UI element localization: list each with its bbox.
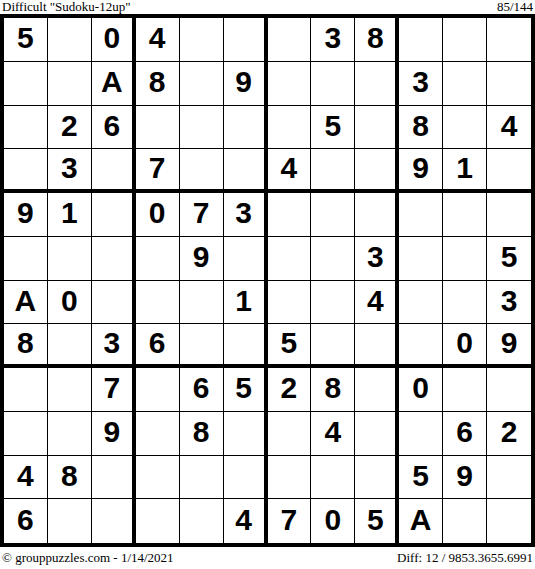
cell-r11c8[interactable] (311, 456, 355, 500)
cell-r4c3[interactable] (92, 149, 136, 193)
cell-r10c1[interactable] (4, 412, 48, 456)
given-value: 0 (412, 373, 429, 403)
cell-r6c1[interactable] (4, 237, 48, 281)
cell-r10c11: 6 (443, 412, 487, 456)
cell-r4c9[interactable] (355, 149, 399, 193)
cell-r11c1: 4 (4, 456, 48, 500)
cell-r3c4[interactable] (136, 106, 180, 150)
cell-r12c12[interactable] (487, 499, 531, 543)
given-value: 3 (325, 23, 342, 53)
cell-r1c11[interactable] (443, 18, 487, 62)
cell-r9c6: 5 (224, 368, 268, 412)
cell-r12c10: A (399, 499, 443, 543)
cell-r10c6[interactable] (224, 412, 268, 456)
given-value: 4 (235, 505, 252, 535)
cell-r4c1[interactable] (4, 149, 48, 193)
given-value: 9 (103, 417, 120, 447)
cell-r8c12: 9 (487, 324, 531, 368)
cell-r2c9[interactable] (355, 62, 399, 106)
cell-r1c2[interactable] (48, 18, 92, 62)
cell-r9c10: 0 (399, 368, 443, 412)
given-value: 1 (456, 153, 473, 183)
given-value: 5 (325, 111, 342, 141)
given-value: 2 (281, 373, 298, 403)
cell-r12c5[interactable] (180, 499, 224, 543)
cell-r4c8[interactable] (311, 149, 355, 193)
cell-r2c2[interactable] (48, 62, 92, 106)
given-value: 7 (193, 198, 210, 228)
given-value: 2 (61, 111, 78, 141)
cell-r7c7[interactable] (268, 281, 312, 325)
given-value: 5 (281, 328, 298, 358)
given-value: 7 (103, 373, 120, 403)
cell-r8c7: 5 (268, 324, 312, 368)
cell-r12c4[interactable] (136, 499, 180, 543)
cell-r5c4: 0 (136, 193, 180, 237)
cell-r9c8: 8 (311, 368, 355, 412)
cell-r9c2[interactable] (48, 368, 92, 412)
cell-r7c4[interactable] (136, 281, 180, 325)
given-value: 0 (456, 328, 473, 358)
cell-r1c1: 5 (4, 18, 48, 62)
cell-r10c7[interactable] (268, 412, 312, 456)
cell-r8c11: 0 (443, 324, 487, 368)
cell-r4c11: 1 (443, 149, 487, 193)
given-value: A (101, 67, 123, 97)
cell-r5c9[interactable] (355, 193, 399, 237)
cell-r3c2: 2 (48, 106, 92, 150)
cell-r7c11[interactable] (443, 281, 487, 325)
cell-r1c12[interactable] (487, 18, 531, 62)
given-value: 5 (501, 242, 518, 272)
cell-r1c6[interactable] (224, 18, 268, 62)
cell-r9c3: 7 (92, 368, 136, 412)
cell-r6c6[interactable] (224, 237, 268, 281)
cell-r4c5[interactable] (180, 149, 224, 193)
cell-r3c11[interactable] (443, 106, 487, 150)
cell-r6c4[interactable] (136, 237, 180, 281)
cell-r6c5: 9 (180, 237, 224, 281)
cell-r7c3[interactable] (92, 281, 136, 325)
cell-r2c7[interactable] (268, 62, 312, 106)
cell-r11c3[interactable] (92, 456, 136, 500)
cell-r5c7[interactable] (268, 193, 312, 237)
cell-r2c6: 9 (224, 62, 268, 106)
cell-r8c8[interactable] (311, 324, 355, 368)
given-value: 8 (61, 461, 78, 491)
given-value: 8 (193, 417, 210, 447)
cell-r6c11[interactable] (443, 237, 487, 281)
given-value: 6 (193, 373, 210, 403)
given-value: 3 (367, 242, 384, 272)
given-value: 6 (456, 417, 473, 447)
difficulty-text: Diff: 12 / 9853.3655.6991 (397, 551, 533, 565)
cell-r4c6[interactable] (224, 149, 268, 193)
given-value: 3 (412, 67, 429, 97)
cell-r7c5[interactable] (180, 281, 224, 325)
cell-r6c7[interactable] (268, 237, 312, 281)
cell-r5c5: 7 (180, 193, 224, 237)
cell-r11c6[interactable] (224, 456, 268, 500)
cell-r10c9[interactable] (355, 412, 399, 456)
cell-r1c9: 8 (355, 18, 399, 62)
cell-r12c8: 0 (311, 499, 355, 543)
given-value: 1 (61, 198, 78, 228)
cell-r7c12: 3 (487, 281, 531, 325)
cell-r3c1[interactable] (4, 106, 48, 150)
given-value: 0 (61, 286, 78, 316)
cell-r2c8[interactable] (311, 62, 355, 106)
cell-r1c8: 3 (311, 18, 355, 62)
given-value: 8 (325, 373, 342, 403)
given-value: 3 (235, 198, 252, 228)
cell-r9c1[interactable] (4, 368, 48, 412)
cell-r5c10[interactable] (399, 193, 443, 237)
cell-r6c3[interactable] (92, 237, 136, 281)
given-value: 5 (235, 373, 252, 403)
given-value: 3 (501, 286, 518, 316)
cell-r7c10[interactable] (399, 281, 443, 325)
cell-r3c8: 5 (311, 106, 355, 150)
cell-r2c5[interactable] (180, 62, 224, 106)
cell-r11c5[interactable] (180, 456, 224, 500)
cell-r8c1: 8 (4, 324, 48, 368)
given-value: 0 (325, 505, 342, 535)
cell-r4c2: 3 (48, 149, 92, 193)
cell-r6c9: 3 (355, 237, 399, 281)
given-value: 9 (501, 328, 518, 358)
cell-r1c3: 0 (92, 18, 136, 62)
cell-r1c7[interactable] (268, 18, 312, 62)
page-header: Difficult "Sudoku-12up" 85/144 (2, 0, 533, 14)
cell-r3c12: 4 (487, 106, 531, 150)
page-number: 85/144 (497, 0, 533, 13)
given-value: 5 (412, 461, 429, 491)
cell-r7c6: 1 (224, 281, 268, 325)
cell-r8c9[interactable] (355, 324, 399, 368)
cell-r2c3: A (92, 62, 136, 106)
given-value: 0 (103, 23, 120, 53)
given-value: 9 (17, 198, 34, 228)
cell-r10c8: 4 (311, 412, 355, 456)
cell-r9c5: 6 (180, 368, 224, 412)
cell-r9c12[interactable] (487, 368, 531, 412)
cell-r3c5[interactable] (180, 106, 224, 150)
given-value: 7 (149, 153, 166, 183)
given-value: 6 (17, 505, 34, 535)
cell-r3c10: 8 (399, 106, 443, 150)
given-value: 4 (149, 23, 166, 53)
given-value: 4 (367, 286, 384, 316)
given-value: 4 (325, 417, 342, 447)
cell-r9c4[interactable] (136, 368, 180, 412)
cell-r9c11[interactable] (443, 368, 487, 412)
given-value: 5 (367, 505, 384, 535)
cell-r10c3: 9 (92, 412, 136, 456)
cell-r8c3: 3 (92, 324, 136, 368)
cell-r12c6: 4 (224, 499, 268, 543)
given-value: 2 (501, 417, 518, 447)
cell-r11c9[interactable] (355, 456, 399, 500)
cell-r3c9[interactable] (355, 106, 399, 150)
cell-r11c11: 9 (443, 456, 487, 500)
cell-r10c5: 8 (180, 412, 224, 456)
cell-r2c12[interactable] (487, 62, 531, 106)
cell-r4c10: 9 (399, 149, 443, 193)
cell-r10c10[interactable] (399, 412, 443, 456)
given-value: 9 (412, 153, 429, 183)
given-value: 1 (235, 286, 252, 316)
cell-r3c7[interactable] (268, 106, 312, 150)
cell-r7c1: A (4, 281, 48, 325)
given-value: 3 (103, 328, 120, 358)
cell-r2c10: 3 (399, 62, 443, 106)
cell-r1c5[interactable] (180, 18, 224, 62)
given-value: 6 (103, 111, 120, 141)
given-value: 9 (456, 461, 473, 491)
cell-r8c4: 6 (136, 324, 180, 368)
cell-r5c2: 1 (48, 193, 92, 237)
cell-r11c12[interactable] (487, 456, 531, 500)
given-value: 0 (149, 198, 166, 228)
cell-r11c7[interactable] (268, 456, 312, 500)
cell-r1c4: 4 (136, 18, 180, 62)
page-footer: © grouppuzzles.com - 1/14/2021 Diff: 12 … (2, 549, 533, 567)
given-value: 8 (149, 67, 166, 97)
cell-r2c11[interactable] (443, 62, 487, 106)
given-value: 9 (193, 242, 210, 272)
given-value: 3 (61, 153, 78, 183)
given-value: A (410, 505, 432, 535)
cell-r12c11[interactable] (443, 499, 487, 543)
cell-r9c9[interactable] (355, 368, 399, 412)
cell-r10c2[interactable] (48, 412, 92, 456)
cell-r11c4[interactable] (136, 456, 180, 500)
cell-r8c10[interactable] (399, 324, 443, 368)
cell-r4c12[interactable] (487, 149, 531, 193)
cell-r2c4: 8 (136, 62, 180, 106)
cell-r6c2[interactable] (48, 237, 92, 281)
cell-r8c5[interactable] (180, 324, 224, 368)
given-value: A (15, 286, 37, 316)
given-value: 8 (17, 328, 34, 358)
cell-r4c4: 7 (136, 149, 180, 193)
given-value: 4 (501, 111, 518, 141)
given-value: 4 (17, 461, 34, 491)
cell-r5c3[interactable] (92, 193, 136, 237)
cell-r6c12: 5 (487, 237, 531, 281)
given-value: 4 (281, 153, 298, 183)
cell-r5c1: 9 (4, 193, 48, 237)
sudoku-grid: 50438A893265843749191073935A014383650976… (0, 14, 535, 547)
puzzle-page: Difficult "Sudoku-12up" 85/144 50438A893… (0, 0, 535, 569)
cell-r8c2[interactable] (48, 324, 92, 368)
cell-r5c6: 3 (224, 193, 268, 237)
given-value: 5 (17, 23, 34, 53)
cell-r12c7: 7 (268, 499, 312, 543)
cell-r12c3[interactable] (92, 499, 136, 543)
cell-r2c1[interactable] (4, 62, 48, 106)
cell-r3c6[interactable] (224, 106, 268, 150)
cell-r7c8[interactable] (311, 281, 355, 325)
copyright-text: © grouppuzzles.com - 1/14/2021 (2, 551, 174, 565)
cell-r11c2: 8 (48, 456, 92, 500)
cell-r3c3: 6 (92, 106, 136, 150)
page-title: Difficult "Sudoku-12up" (2, 0, 130, 13)
cell-r4c7: 4 (268, 149, 312, 193)
given-value: 8 (367, 23, 384, 53)
cell-r10c4[interactable] (136, 412, 180, 456)
cell-r10c12: 2 (487, 412, 531, 456)
cell-r9c7: 2 (268, 368, 312, 412)
cell-r6c8[interactable] (311, 237, 355, 281)
cell-r8c6[interactable] (224, 324, 268, 368)
cell-r5c11[interactable] (443, 193, 487, 237)
cell-r11c10: 5 (399, 456, 443, 500)
cell-r7c2: 0 (48, 281, 92, 325)
given-value: 7 (281, 505, 298, 535)
cell-r12c2[interactable] (48, 499, 92, 543)
given-value: 6 (149, 328, 166, 358)
cell-r5c8[interactable] (311, 193, 355, 237)
cell-r7c9: 4 (355, 281, 399, 325)
given-value: 9 (235, 67, 252, 97)
given-value: 8 (412, 111, 429, 141)
cell-r6c10[interactable] (399, 237, 443, 281)
cell-r12c1: 6 (4, 499, 48, 543)
cell-r5c12[interactable] (487, 193, 531, 237)
cell-r1c10[interactable] (399, 18, 443, 62)
cell-r12c9: 5 (355, 499, 399, 543)
